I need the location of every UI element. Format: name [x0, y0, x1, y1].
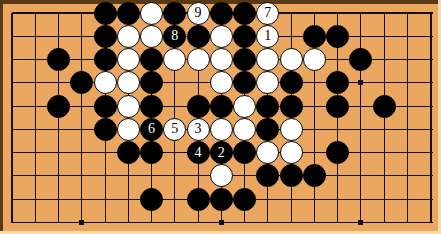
grid-line-vertical — [58, 13, 59, 223]
grid-line-vertical — [430, 13, 432, 223]
stone-black — [326, 95, 349, 118]
stone-white-move-7: 7 — [256, 2, 279, 25]
star-point — [358, 80, 363, 85]
star-point — [358, 220, 363, 225]
stone-black — [326, 25, 349, 48]
stone-white — [140, 2, 163, 25]
stone-black — [256, 118, 279, 141]
stone-black — [256, 95, 279, 118]
stone-black — [233, 2, 256, 25]
stone-black — [326, 141, 349, 164]
stone-black — [280, 95, 303, 118]
stone-white — [117, 95, 140, 118]
stone-white — [117, 25, 140, 48]
stone-black — [94, 48, 117, 71]
grid-line-vertical — [35, 13, 36, 223]
stone-black — [117, 2, 140, 25]
stone-black — [140, 188, 163, 211]
grid-line-vertical — [384, 13, 385, 223]
stone-black — [233, 25, 256, 48]
stone-black-move-6: 6 — [140, 118, 163, 141]
stone-black — [47, 95, 70, 118]
stone-black-move-8: 8 — [163, 25, 186, 48]
stone-white-move-9: 9 — [187, 2, 210, 25]
stone-black-move-2: 2 — [210, 141, 233, 164]
stone-white — [210, 25, 233, 48]
stone-white — [117, 48, 140, 71]
edge-bottom — [0, 231, 441, 234]
stone-black — [373, 95, 396, 118]
go-board-diagram: 978165342 — [0, 0, 441, 234]
stone-black — [140, 95, 163, 118]
stone-white — [117, 71, 140, 94]
stone-black — [187, 95, 210, 118]
stone-black — [140, 141, 163, 164]
stone-white — [303, 48, 326, 71]
stone-black — [94, 95, 117, 118]
stone-white — [280, 48, 303, 71]
stone-white — [140, 25, 163, 48]
stone-black — [280, 164, 303, 187]
stone-white — [210, 48, 233, 71]
stone-white — [210, 164, 233, 187]
stone-white-move-1: 1 — [256, 25, 279, 48]
grid-line-vertical — [407, 13, 408, 223]
grid-line-vertical — [11, 13, 13, 223]
grid-line-vertical — [360, 13, 361, 223]
stone-white-move-5: 5 — [163, 118, 186, 141]
stone-black-move-4: 4 — [187, 141, 210, 164]
stone-white — [94, 71, 117, 94]
stone-white — [210, 71, 233, 94]
stone-white — [280, 141, 303, 164]
stone-black — [117, 141, 140, 164]
stone-black — [280, 71, 303, 94]
stone-white — [233, 118, 256, 141]
stone-white-move-3: 3 — [187, 118, 210, 141]
stone-white — [210, 118, 233, 141]
edge-left — [0, 0, 3, 234]
stone-black — [187, 25, 210, 48]
grid-line-vertical — [81, 13, 82, 223]
stone-black — [163, 2, 186, 25]
stone-black — [210, 2, 233, 25]
stone-black — [47, 48, 70, 71]
stone-black — [233, 48, 256, 71]
stone-black — [303, 164, 326, 187]
stone-black — [94, 2, 117, 25]
stone-black — [187, 188, 210, 211]
stone-black — [210, 188, 233, 211]
star-point — [79, 220, 84, 225]
stone-white — [187, 48, 210, 71]
stone-black — [303, 25, 326, 48]
stone-white — [280, 118, 303, 141]
stone-black — [94, 118, 117, 141]
stone-black — [210, 95, 233, 118]
stone-white — [233, 95, 256, 118]
stone-black — [140, 48, 163, 71]
stone-black — [233, 141, 256, 164]
stone-black — [94, 25, 117, 48]
stone-white — [117, 118, 140, 141]
star-point — [219, 220, 224, 225]
stone-black — [233, 188, 256, 211]
